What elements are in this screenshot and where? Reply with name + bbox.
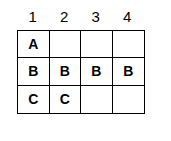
column-header-1: 1 (17, 3, 49, 30)
grid-board: A B B B B C C (17, 30, 145, 114)
grid-cell-r2c2: B (50, 58, 82, 85)
grid-cell-r2c1: B (18, 58, 50, 85)
grid-cell-r1c4 (113, 31, 145, 58)
grid-cell-r3c4 (113, 86, 145, 113)
grid-cell-r3c3 (81, 86, 113, 113)
screenshot-canvas: 1 2 3 4 A B B B B C C (0, 0, 171, 141)
grid-cell-r1c3 (81, 31, 113, 58)
column-headers: 1 2 3 4 (17, 3, 145, 30)
grid-figure: 1 2 3 4 A B B B B C C (17, 3, 145, 114)
column-header-2: 2 (49, 3, 81, 30)
grid-cell-r3c1: C (18, 86, 50, 113)
column-header-3: 3 (80, 3, 112, 30)
grid-cell-r2c4: B (113, 58, 145, 85)
column-header-4: 4 (112, 3, 144, 30)
grid-cell-r1c2 (50, 31, 82, 58)
grid-cell-r1c1: A (18, 31, 50, 58)
grid-cell-r2c3: B (81, 58, 113, 85)
grid-cell-r3c2: C (50, 86, 82, 113)
